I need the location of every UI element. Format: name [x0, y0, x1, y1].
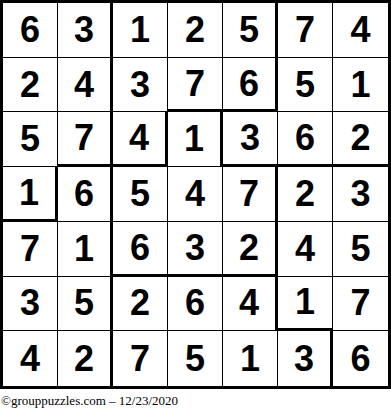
cell-r4c4: 4 [168, 167, 223, 222]
copyright-text: ©grouppuzzles.com – 12/23/2020 [1, 393, 391, 409]
cell-r5c2: 1 [58, 222, 113, 277]
cell-r2c6: 5 [278, 58, 333, 113]
cell-r4c6: 2 [278, 167, 333, 222]
cell-r3c2: 7 [58, 112, 113, 167]
cell-r1c4: 2 [168, 3, 223, 58]
cell-r4c5: 7 [223, 167, 278, 222]
cell-r6c1: 3 [3, 277, 58, 332]
cell-r6c3: 2 [113, 277, 168, 332]
cell-r7c5: 1 [223, 331, 278, 386]
cell-r4c2: 6 [58, 167, 113, 222]
cell-r5c7: 5 [333, 222, 388, 277]
cell-r2c1: 2 [3, 58, 58, 113]
cell-r7c1: 4 [3, 331, 58, 386]
cell-r1c7: 4 [333, 3, 388, 58]
cell-r6c6: 1 [278, 277, 333, 332]
cell-r7c6: 3 [278, 331, 333, 386]
cell-r4c7: 3 [333, 167, 388, 222]
cell-r5c1: 7 [3, 222, 58, 277]
cell-r1c1: 6 [3, 3, 58, 58]
cell-r7c7: 6 [333, 331, 388, 386]
cell-r3c4: 1 [168, 112, 223, 167]
cell-r5c6: 4 [278, 222, 333, 277]
cell-r3c7: 2 [333, 112, 388, 167]
cell-r2c4: 7 [168, 58, 223, 113]
cell-r2c2: 4 [58, 58, 113, 113]
sudoku-board: 6312574243765157413621654723716324535264… [0, 0, 391, 389]
cell-r1c3: 1 [113, 3, 168, 58]
cell-r7c4: 5 [168, 331, 223, 386]
cell-r3c3: 4 [113, 112, 168, 167]
cell-r2c5: 6 [223, 58, 278, 113]
cell-r4c3: 5 [113, 167, 168, 222]
cell-r5c4: 3 [168, 222, 223, 277]
cell-r6c2: 5 [58, 277, 113, 332]
cell-r3c6: 6 [278, 112, 333, 167]
cell-r6c5: 4 [223, 277, 278, 332]
cell-r6c7: 7 [333, 277, 388, 332]
cell-r1c5: 5 [223, 3, 278, 58]
cell-r4c1: 1 [3, 167, 58, 222]
cell-r5c3: 6 [113, 222, 168, 277]
cell-r7c2: 2 [58, 331, 113, 386]
cell-r3c5: 3 [223, 112, 278, 167]
cell-r5c5: 2 [223, 222, 278, 277]
cell-r3c1: 5 [3, 112, 58, 167]
cell-r1c2: 3 [58, 3, 113, 58]
cell-r7c3: 7 [113, 331, 168, 386]
cell-r6c4: 6 [168, 277, 223, 332]
cell-r2c3: 3 [113, 58, 168, 113]
cell-r2c7: 1 [333, 58, 388, 113]
cell-r1c6: 7 [278, 3, 333, 58]
